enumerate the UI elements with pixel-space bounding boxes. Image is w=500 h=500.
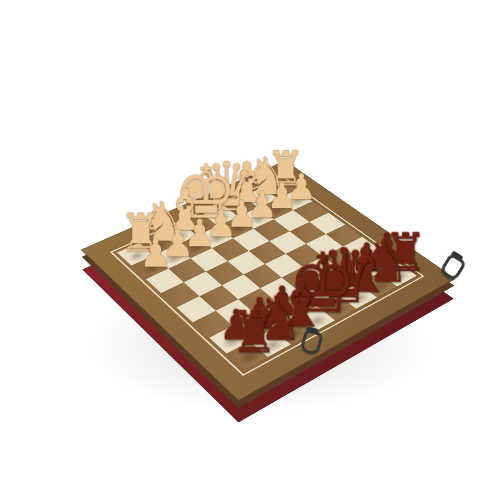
clasp-ring [300,329,324,356]
black-r-piece: ♜ [200,304,310,361]
product-photo-canvas: ♜♞♝♚♛♝♞♜♟♟♟♟♟♟♟♟♟♟♟♟♟♟♟♟♜♞♝♚♛♝♞♜ [0,0,500,500]
white-p-piece: ♟ [106,234,205,273]
piece-wP: ♟ [131,255,168,279]
